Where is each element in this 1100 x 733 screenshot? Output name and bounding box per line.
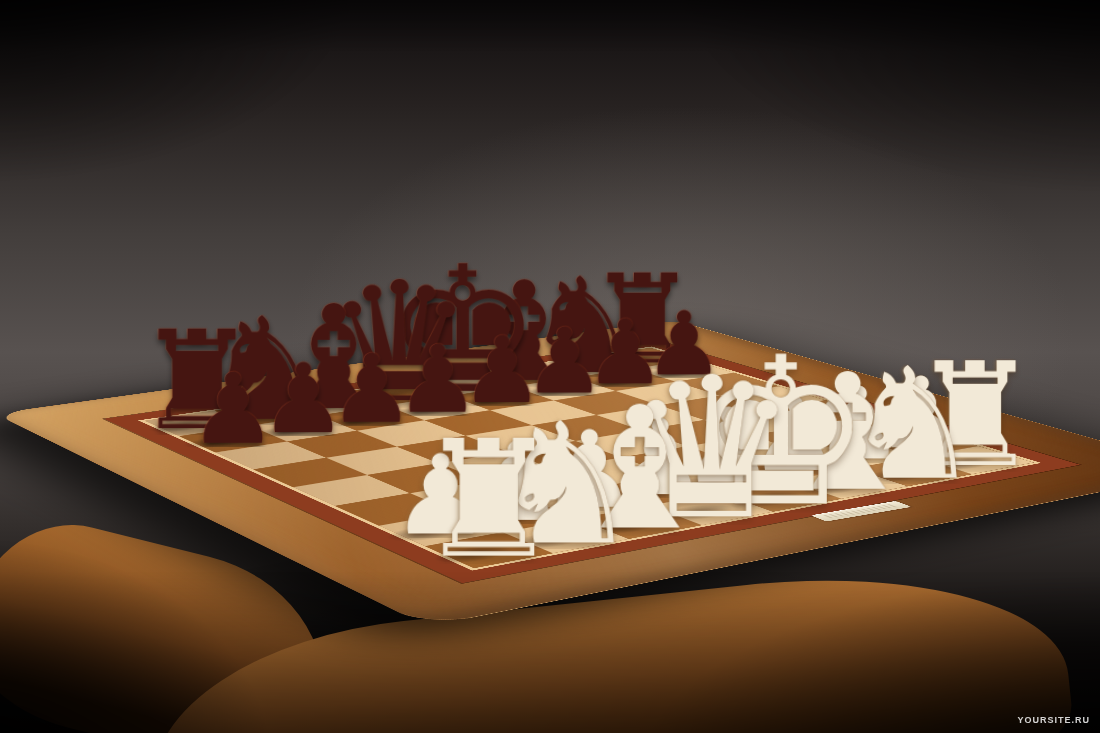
maker-plaque [811, 501, 912, 522]
chess-board: ♜♞♝♛♚♝♞♜♟♟♟♟♟♟♟♟♟♟♟♟♟♟♟♟♜♞♝♛♚♝♞♜ [0, 320, 1100, 627]
pieces-layer: ♜♞♝♛♚♝♞♜♟♟♟♟♟♟♟♟♟♟♟♟♟♟♟♟♜♞♝♛♚♝♞♜ [145, 347, 1034, 567]
perspective-container: ♜♞♝♛♚♝♞♜♟♟♟♟♟♟♟♟♟♟♟♟♟♟♟♟♜♞♝♛♚♝♞♜ [0, 0, 1100, 733]
photo-scene: ♜♞♝♛♚♝♞♜♟♟♟♟♟♟♟♟♟♟♟♟♟♟♟♟♜♞♝♛♚♝♞♜ YOURSIT… [0, 0, 1100, 733]
watermark-text: YOURSITE.RU [1017, 715, 1090, 725]
